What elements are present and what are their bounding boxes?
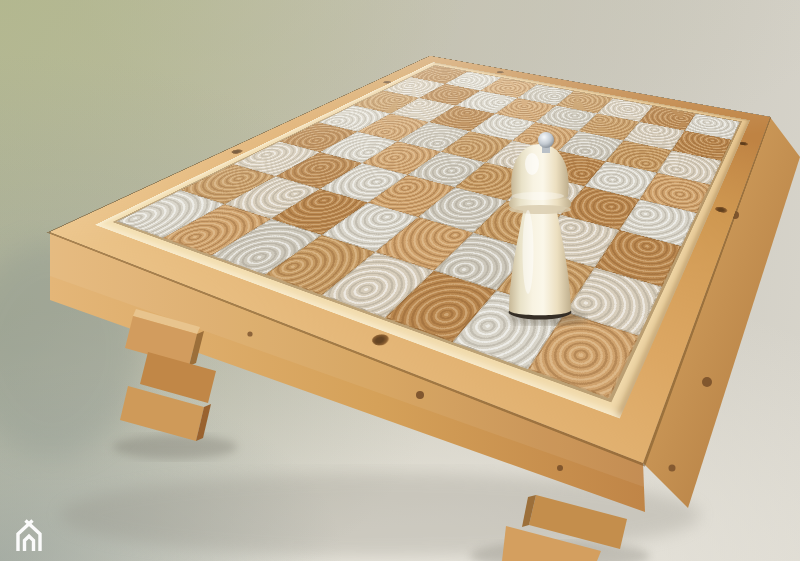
wood-knot xyxy=(369,332,393,347)
piece-collar-underside xyxy=(509,205,571,214)
photo-stage xyxy=(0,0,800,561)
piece-body xyxy=(509,206,571,315)
white-pepper-mill-piece xyxy=(498,122,588,326)
collar-gloss xyxy=(512,192,564,200)
head-gloss xyxy=(525,153,539,175)
mill-knob xyxy=(538,132,554,148)
wood-knot xyxy=(714,206,729,214)
body-gloss xyxy=(523,210,534,294)
left-leg-shadow xyxy=(113,435,237,459)
house-logo-watermark xyxy=(13,514,45,552)
